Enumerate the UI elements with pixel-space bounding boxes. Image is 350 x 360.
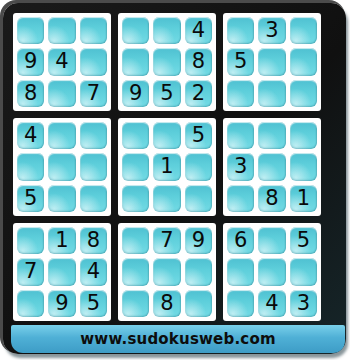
cell-r5c9[interactable] — [290, 153, 317, 180]
cell-r8c5[interactable] — [153, 258, 180, 285]
cell-r6c1[interactable]: 5 — [17, 185, 44, 212]
cell-r8c9[interactable] — [290, 258, 317, 285]
cell-r3c7[interactable] — [227, 80, 254, 107]
cell-r9c2[interactable]: 9 — [48, 290, 75, 317]
cell-r1c5[interactable] — [153, 17, 180, 44]
cell-r1c8[interactable]: 3 — [258, 17, 285, 44]
cell-r9c3[interactable]: 5 — [80, 290, 107, 317]
widget-frame: 9487489523545513811874957986543 www.sudo… — [3, 3, 346, 354]
cell-r7c5[interactable]: 7 — [153, 227, 180, 254]
cell-r6c5[interactable] — [153, 185, 180, 212]
sudoku-widget: 9487489523545513811874957986543 www.sudo… — [0, 0, 350, 360]
cell-r8c8[interactable] — [258, 258, 285, 285]
cell-r9c5[interactable]: 8 — [153, 290, 180, 317]
board-box-1-2: 48952 — [118, 13, 216, 111]
cell-r8c4[interactable] — [122, 258, 149, 285]
board-box-3-2: 798 — [118, 223, 216, 321]
cell-r7c2[interactable]: 1 — [48, 227, 75, 254]
cell-r8c2[interactable] — [48, 258, 75, 285]
cell-r7c9[interactable]: 5 — [290, 227, 317, 254]
cell-r3c8[interactable] — [258, 80, 285, 107]
cell-r5c4[interactable] — [122, 153, 149, 180]
cell-r7c8[interactable] — [258, 227, 285, 254]
board-box-2-1: 45 — [13, 118, 111, 216]
cell-r8c1[interactable]: 7 — [17, 258, 44, 285]
cell-r3c2[interactable] — [48, 80, 75, 107]
cell-r4c6[interactable]: 5 — [185, 122, 212, 149]
cell-r2c9[interactable] — [290, 48, 317, 75]
board-box-1-1: 9487 — [13, 13, 111, 111]
cell-r5c7[interactable]: 3 — [227, 153, 254, 180]
cell-r5c2[interactable] — [48, 153, 75, 180]
board-box-3-1: 187495 — [13, 223, 111, 321]
cell-r6c3[interactable] — [80, 185, 107, 212]
board-box-2-2: 51 — [118, 118, 216, 216]
cell-r1c7[interactable] — [227, 17, 254, 44]
cell-r5c3[interactable] — [80, 153, 107, 180]
cell-r1c2[interactable] — [48, 17, 75, 44]
cell-r4c1[interactable]: 4 — [17, 122, 44, 149]
cell-r4c4[interactable] — [122, 122, 149, 149]
cell-r5c8[interactable] — [258, 153, 285, 180]
cell-r1c3[interactable] — [80, 17, 107, 44]
cell-r3c4[interactable]: 9 — [122, 80, 149, 107]
cell-r2c3[interactable] — [80, 48, 107, 75]
cell-r7c6[interactable]: 9 — [185, 227, 212, 254]
cell-r8c6[interactable] — [185, 258, 212, 285]
cell-r3c1[interactable]: 8 — [17, 80, 44, 107]
board-box-2-3: 381 — [223, 118, 321, 216]
cell-r7c1[interactable] — [17, 227, 44, 254]
cell-r1c4[interactable] — [122, 17, 149, 44]
cell-r8c7[interactable] — [227, 258, 254, 285]
cell-r8c3[interactable]: 4 — [80, 258, 107, 285]
cell-r6c7[interactable] — [227, 185, 254, 212]
footer-banner: www.sudokusweb.com — [11, 325, 345, 353]
cell-r5c1[interactable] — [17, 153, 44, 180]
cell-r2c4[interactable] — [122, 48, 149, 75]
cell-r3c5[interactable]: 5 — [153, 80, 180, 107]
cell-r2c6[interactable]: 8 — [185, 48, 212, 75]
board-box-1-3: 35 — [223, 13, 321, 111]
cell-r9c8[interactable]: 4 — [258, 290, 285, 317]
cell-r2c1[interactable]: 9 — [17, 48, 44, 75]
cell-r2c7[interactable]: 5 — [227, 48, 254, 75]
cell-r3c6[interactable]: 2 — [185, 80, 212, 107]
cell-r4c5[interactable] — [153, 122, 180, 149]
cell-r5c5[interactable]: 1 — [153, 153, 180, 180]
cell-r2c2[interactable]: 4 — [48, 48, 75, 75]
cell-r3c3[interactable]: 7 — [80, 80, 107, 107]
cell-r7c3[interactable]: 8 — [80, 227, 107, 254]
cell-r3c9[interactable] — [290, 80, 317, 107]
cell-r9c9[interactable]: 3 — [290, 290, 317, 317]
cell-r5c6[interactable] — [185, 153, 212, 180]
cell-r2c8[interactable] — [258, 48, 285, 75]
cell-r4c2[interactable] — [48, 122, 75, 149]
cell-r9c1[interactable] — [17, 290, 44, 317]
cell-r1c9[interactable] — [290, 17, 317, 44]
cell-r9c7[interactable] — [227, 290, 254, 317]
cell-r6c9[interactable]: 1 — [290, 185, 317, 212]
cell-r4c8[interactable] — [258, 122, 285, 149]
cell-r9c6[interactable] — [185, 290, 212, 317]
cell-r1c1[interactable] — [17, 17, 44, 44]
cell-r9c4[interactable] — [122, 290, 149, 317]
cell-r1c6[interactable]: 4 — [185, 17, 212, 44]
cell-r6c8[interactable]: 8 — [258, 185, 285, 212]
cell-r6c6[interactable] — [185, 185, 212, 212]
cell-r6c2[interactable] — [48, 185, 75, 212]
cell-r4c7[interactable] — [227, 122, 254, 149]
cell-r4c9[interactable] — [290, 122, 317, 149]
site-url: www.sudokusweb.com — [80, 330, 275, 348]
board-box-3-3: 6543 — [223, 223, 321, 321]
cell-r4c3[interactable] — [80, 122, 107, 149]
cell-r2c5[interactable] — [153, 48, 180, 75]
cell-r6c4[interactable] — [122, 185, 149, 212]
cell-r7c4[interactable] — [122, 227, 149, 254]
sudoku-board: 9487489523545513811874957986543 — [13, 13, 321, 321]
cell-r7c7[interactable]: 6 — [227, 227, 254, 254]
